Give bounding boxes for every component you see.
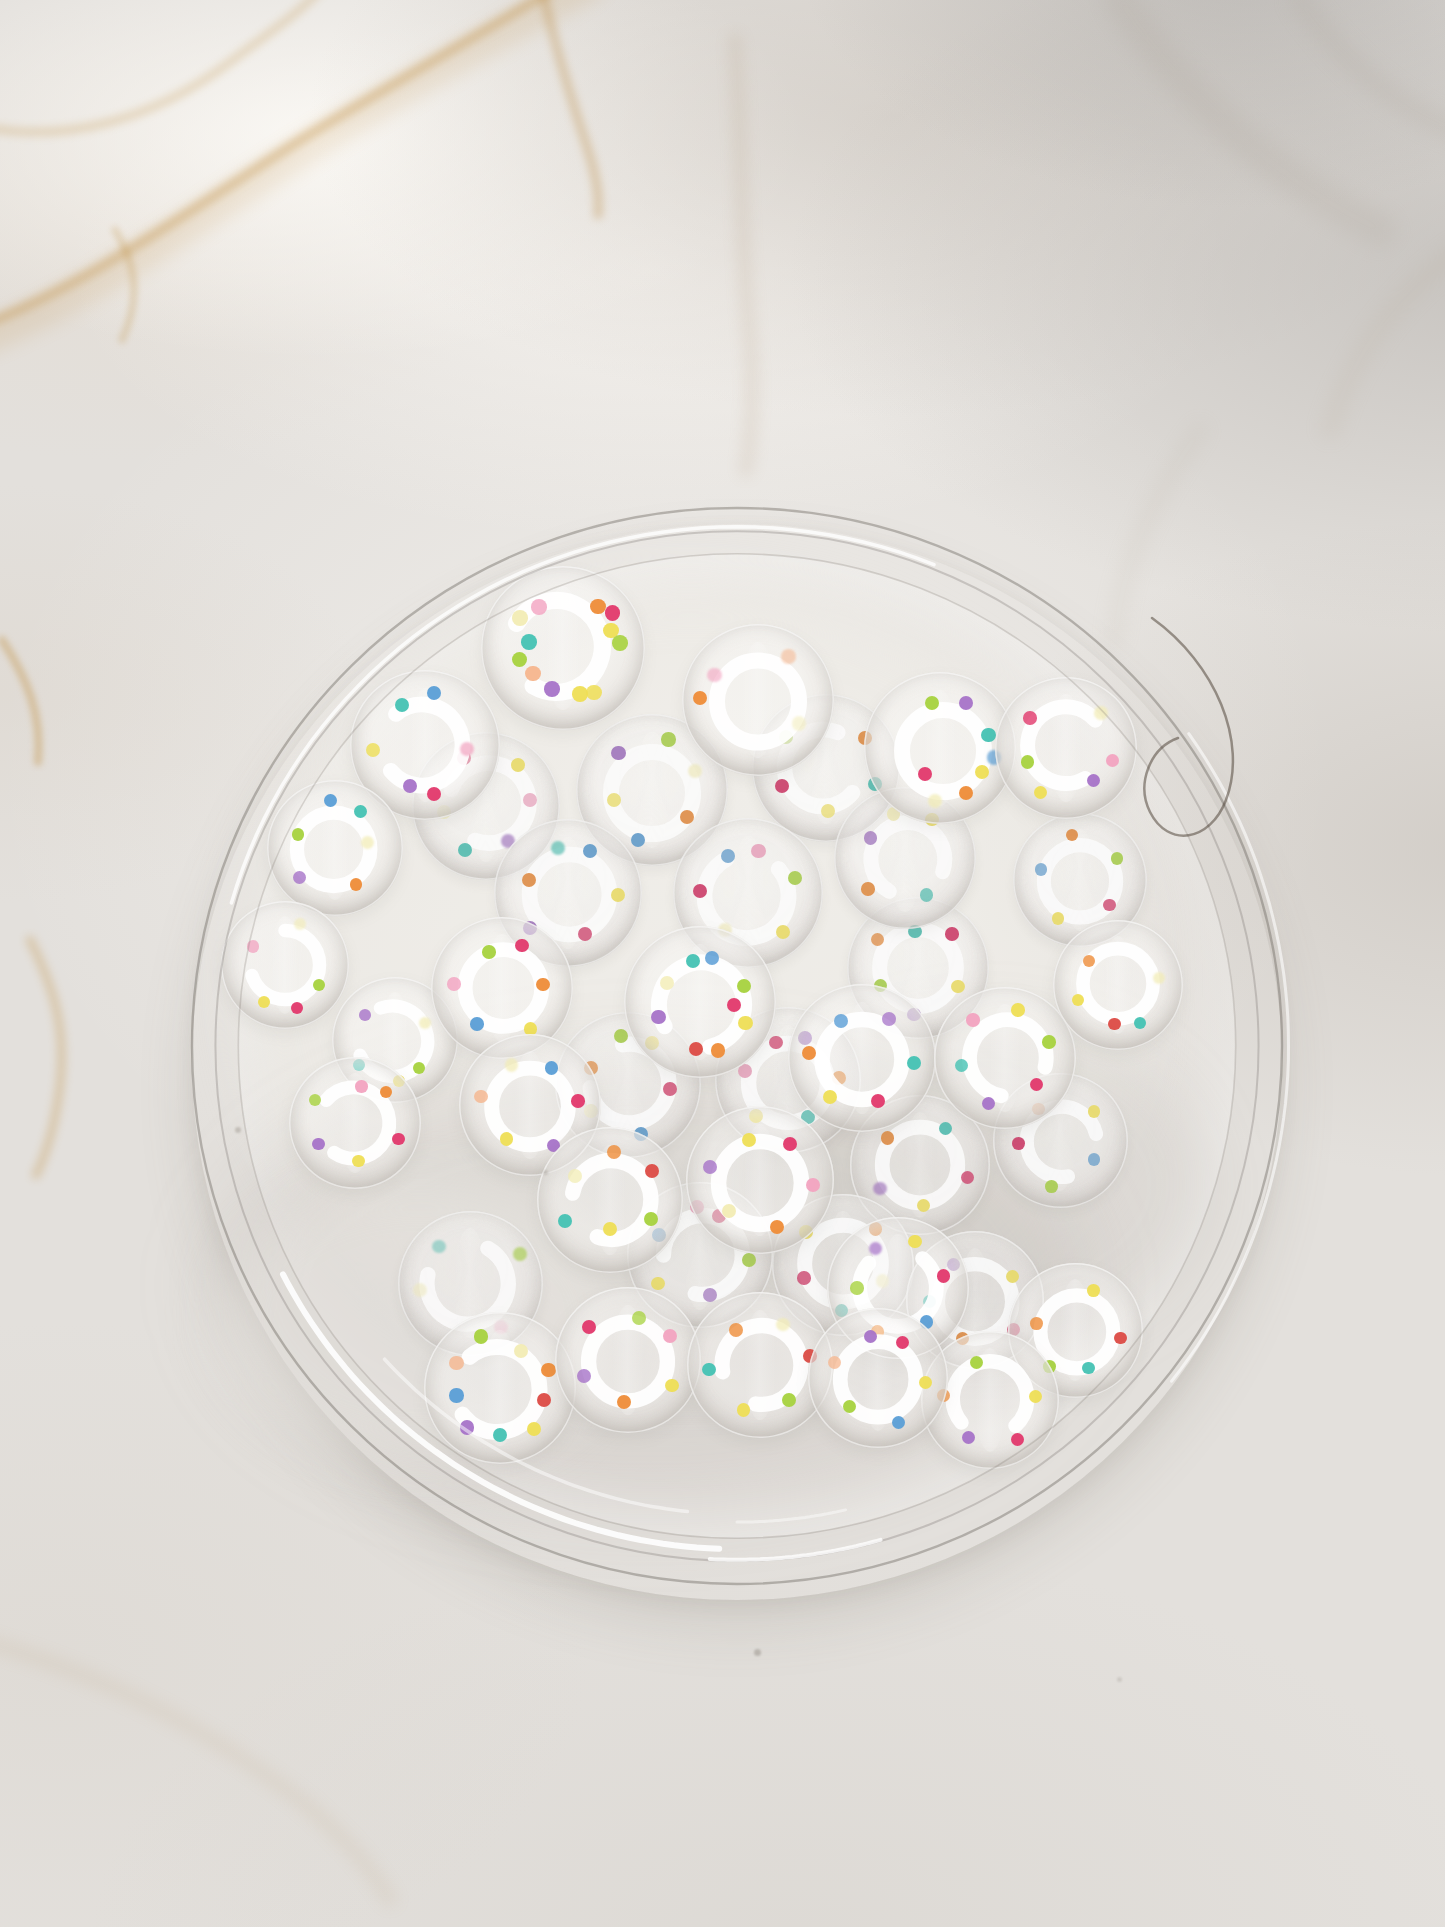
dust-speck bbox=[754, 1649, 761, 1656]
photo-scene bbox=[0, 0, 1445, 1927]
stray-fiber-line bbox=[1145, 618, 1233, 836]
dust-speck bbox=[235, 1127, 241, 1133]
stray-fiber bbox=[0, 0, 1445, 1927]
dust-speck bbox=[1117, 1677, 1122, 1682]
dust-speck bbox=[543, 1170, 548, 1175]
